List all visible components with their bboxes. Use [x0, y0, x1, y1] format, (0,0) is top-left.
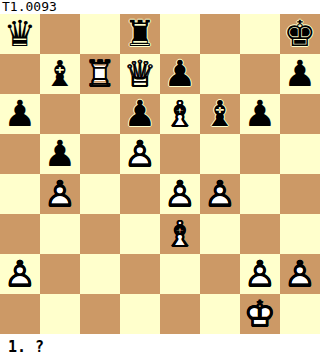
piece-black-pawn[interactable]: ♟ [280, 54, 320, 94]
square-e5[interactable] [160, 134, 200, 174]
square-c3[interactable] [80, 214, 120, 254]
piece-white-rook[interactable]: ♜♖ [80, 54, 120, 94]
square-h8[interactable]: ♚ [280, 14, 320, 54]
piece-black-pawn[interactable]: ♟ [40, 134, 80, 174]
white-piece-outline-layer: ♙ [240, 254, 280, 294]
piece-black-bishop[interactable]: ♝ [40, 54, 80, 94]
piece-white-pawn[interactable]: ♟♙ [120, 134, 160, 174]
square-a8[interactable]: ♛ [0, 14, 40, 54]
square-b6[interactable] [40, 94, 80, 134]
piece-white-bishop[interactable]: ♝♗ [160, 94, 200, 134]
white-piece-outline-layer: ♔ [240, 294, 280, 334]
white-piece-outline-layer: ♕ [120, 54, 160, 94]
square-a6[interactable]: ♟ [0, 94, 40, 134]
chess-puzzle-screen: T1.0093 ♛♜♚♝♜♖♛♕♟♟♟♟♝♗♝♟♟♟♙♟♙♟♙♟♙♝♗♟♙♟♙♟… [0, 0, 320, 360]
piece-white-pawn[interactable]: ♟♙ [160, 174, 200, 214]
square-d4[interactable] [120, 174, 160, 214]
square-g4[interactable] [240, 174, 280, 214]
square-h2[interactable]: ♟♙ [280, 254, 320, 294]
square-d8[interactable]: ♜ [120, 14, 160, 54]
square-h7[interactable]: ♟ [280, 54, 320, 94]
square-f2[interactable] [200, 254, 240, 294]
square-h5[interactable] [280, 134, 320, 174]
square-d2[interactable] [120, 254, 160, 294]
square-h3[interactable] [280, 214, 320, 254]
square-a4[interactable] [0, 174, 40, 214]
square-d3[interactable] [120, 214, 160, 254]
square-c8[interactable] [80, 14, 120, 54]
square-c5[interactable] [80, 134, 120, 174]
piece-black-pawn[interactable]: ♟ [160, 54, 200, 94]
square-b5[interactable]: ♟ [40, 134, 80, 174]
chess-board: ♛♜♚♝♜♖♛♕♟♟♟♟♝♗♝♟♟♟♙♟♙♟♙♟♙♝♗♟♙♟♙♟♙♚♔ [0, 14, 320, 334]
square-e2[interactable] [160, 254, 200, 294]
square-g1[interactable]: ♚♔ [240, 294, 280, 334]
white-piece-outline-layer: ♙ [120, 134, 160, 174]
square-f8[interactable] [200, 14, 240, 54]
square-c4[interactable] [80, 174, 120, 214]
piece-white-queen[interactable]: ♛♕ [120, 54, 160, 94]
move-prompt: 1. ? [0, 334, 320, 360]
piece-white-pawn[interactable]: ♟♙ [0, 254, 40, 294]
square-e7[interactable]: ♟ [160, 54, 200, 94]
square-f4[interactable]: ♟♙ [200, 174, 240, 214]
square-g7[interactable] [240, 54, 280, 94]
square-d6[interactable]: ♟ [120, 94, 160, 134]
square-f1[interactable] [200, 294, 240, 334]
square-e1[interactable] [160, 294, 200, 334]
square-b1[interactable] [40, 294, 80, 334]
white-piece-outline-layer: ♙ [200, 174, 240, 214]
piece-white-bishop[interactable]: ♝♗ [160, 214, 200, 254]
square-b4[interactable]: ♟♙ [40, 174, 80, 214]
square-b8[interactable] [40, 14, 80, 54]
piece-black-king[interactable]: ♚ [280, 14, 320, 54]
square-c7[interactable]: ♜♖ [80, 54, 120, 94]
square-e8[interactable] [160, 14, 200, 54]
piece-white-pawn[interactable]: ♟♙ [280, 254, 320, 294]
piece-black-pawn[interactable]: ♟ [0, 94, 40, 134]
square-a2[interactable]: ♟♙ [0, 254, 40, 294]
square-b2[interactable] [40, 254, 80, 294]
white-piece-outline-layer: ♗ [160, 214, 200, 254]
piece-black-queen[interactable]: ♛ [0, 14, 40, 54]
square-g6[interactable]: ♟ [240, 94, 280, 134]
puzzle-id: T1.0093 [0, 0, 320, 14]
square-a1[interactable] [0, 294, 40, 334]
white-piece-outline-layer: ♙ [280, 254, 320, 294]
white-piece-outline-layer: ♖ [80, 54, 120, 94]
piece-white-pawn[interactable]: ♟♙ [40, 174, 80, 214]
square-a7[interactable] [0, 54, 40, 94]
square-h4[interactable] [280, 174, 320, 214]
square-g3[interactable] [240, 214, 280, 254]
square-h6[interactable] [280, 94, 320, 134]
piece-black-pawn[interactable]: ♟ [120, 94, 160, 134]
white-piece-outline-layer: ♙ [160, 174, 200, 214]
white-piece-outline-layer: ♙ [40, 174, 80, 214]
square-g2[interactable]: ♟♙ [240, 254, 280, 294]
piece-black-bishop[interactable]: ♝ [200, 94, 240, 134]
square-e4[interactable]: ♟♙ [160, 174, 200, 214]
square-c1[interactable] [80, 294, 120, 334]
square-b3[interactable] [40, 214, 80, 254]
square-e3[interactable]: ♝♗ [160, 214, 200, 254]
white-piece-outline-layer: ♗ [160, 94, 200, 134]
square-f6[interactable]: ♝ [200, 94, 240, 134]
square-g5[interactable] [240, 134, 280, 174]
square-h1[interactable] [280, 294, 320, 334]
square-b7[interactable]: ♝ [40, 54, 80, 94]
square-c2[interactable] [80, 254, 120, 294]
piece-white-king[interactable]: ♚♔ [240, 294, 280, 334]
square-e6[interactable]: ♝♗ [160, 94, 200, 134]
square-g8[interactable] [240, 14, 280, 54]
piece-black-rook[interactable]: ♜ [120, 14, 160, 54]
square-d5[interactable]: ♟♙ [120, 134, 160, 174]
square-f3[interactable] [200, 214, 240, 254]
piece-black-pawn[interactable]: ♟ [240, 94, 280, 134]
square-f7[interactable] [200, 54, 240, 94]
square-c6[interactable] [80, 94, 120, 134]
square-a5[interactable] [0, 134, 40, 174]
square-d7[interactable]: ♛♕ [120, 54, 160, 94]
piece-white-pawn[interactable]: ♟♙ [200, 174, 240, 214]
square-d1[interactable] [120, 294, 160, 334]
square-f5[interactable] [200, 134, 240, 174]
white-piece-outline-layer: ♙ [0, 254, 40, 294]
square-a3[interactable] [0, 214, 40, 254]
piece-white-pawn[interactable]: ♟♙ [240, 254, 280, 294]
